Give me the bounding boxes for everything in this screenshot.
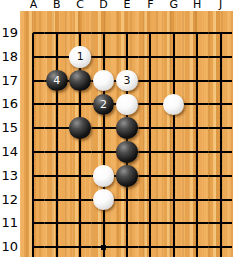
intersection-J13[interactable]: [209, 164, 232, 188]
intersection-C14[interactable]: [68, 140, 91, 164]
column-label-B: B: [47, 0, 67, 11]
intersection-A14[interactable]: [22, 140, 45, 164]
intersection-D13[interactable]: [92, 164, 115, 188]
intersection-F11[interactable]: [139, 211, 162, 235]
intersection-D18[interactable]: [92, 45, 115, 69]
intersection-H18[interactable]: [185, 45, 208, 69]
intersection-J16[interactable]: [209, 92, 232, 116]
move-number-4: 4: [53, 75, 60, 86]
intersection-E11[interactable]: [115, 211, 138, 235]
intersection-D10[interactable]: [92, 235, 115, 257]
column-label-A: A: [23, 0, 43, 11]
intersection-H10[interactable]: [185, 235, 208, 257]
column-label-C: C: [70, 0, 90, 11]
intersection-B17[interactable]: 4: [45, 69, 68, 93]
row-label-14: 14: [0, 144, 18, 160]
intersection-H14[interactable]: [185, 140, 208, 164]
intersection-G19[interactable]: [162, 21, 185, 45]
white-stone-G16: [163, 94, 185, 116]
intersection-J19[interactable]: [209, 21, 232, 45]
black-stone-C17: [69, 70, 91, 92]
intersection-C12[interactable]: [68, 188, 91, 212]
white-stone-E17: 3: [116, 70, 138, 92]
intersection-C18[interactable]: 1: [68, 45, 91, 69]
intersection-E15[interactable]: [115, 116, 138, 140]
intersection-E10[interactable]: [115, 235, 138, 257]
intersection-G17[interactable]: [162, 69, 185, 93]
intersection-J12[interactable]: [209, 188, 232, 212]
intersection-E18[interactable]: [115, 45, 138, 69]
intersection-H13[interactable]: [185, 164, 208, 188]
intersection-C10[interactable]: [68, 235, 91, 257]
intersection-A13[interactable]: [22, 164, 45, 188]
black-stone-D16: 2: [93, 94, 115, 116]
intersection-B19[interactable]: [45, 21, 68, 45]
intersection-B11[interactable]: [45, 211, 68, 235]
black-stone-C15: [69, 117, 91, 139]
move-number-2: 2: [100, 99, 107, 110]
move-number-3: 3: [123, 75, 130, 86]
intersection-H11[interactable]: [185, 211, 208, 235]
row-label-10: 10: [0, 239, 18, 255]
intersection-F12[interactable]: [139, 188, 162, 212]
column-label-J: J: [211, 0, 231, 11]
row-labels: 19181716151413121110: [0, 0, 20, 257]
intersection-J15[interactable]: [209, 116, 232, 140]
intersection-E17[interactable]: 3: [115, 69, 138, 93]
black-stone-E14: [116, 141, 138, 163]
intersection-H16[interactable]: [185, 92, 208, 116]
intersection-A16[interactable]: [22, 92, 45, 116]
black-stone-E15: [116, 117, 138, 139]
intersection-B15[interactable]: [45, 116, 68, 140]
intersection-G11[interactable]: [162, 211, 185, 235]
intersection-E19[interactable]: [115, 21, 138, 45]
intersection-A15[interactable]: [22, 116, 45, 140]
intersection-C19[interactable]: [68, 21, 91, 45]
row-label-17: 17: [0, 73, 18, 89]
intersection-H15[interactable]: [185, 116, 208, 140]
intersection-B16[interactable]: [45, 92, 68, 116]
intersection-G18[interactable]: [162, 45, 185, 69]
intersection-F13[interactable]: [139, 164, 162, 188]
intersection-D15[interactable]: [92, 116, 115, 140]
intersection-D11[interactable]: [92, 211, 115, 235]
intersection-J17[interactable]: [209, 69, 232, 93]
intersection-D14[interactable]: [92, 140, 115, 164]
white-stone-D12: [93, 189, 115, 211]
white-stone-E16: [116, 94, 138, 116]
row-label-16: 16: [0, 96, 18, 112]
row-label-12: 12: [0, 192, 18, 208]
go-board-grid: 1432: [22, 21, 233, 257]
intersection-E12[interactable]: [115, 188, 138, 212]
row-label-19: 19: [0, 25, 18, 41]
intersection-H17[interactable]: [185, 69, 208, 93]
intersection-D17[interactable]: [92, 69, 115, 93]
intersection-G14[interactable]: [162, 140, 185, 164]
intersection-A18[interactable]: [22, 45, 45, 69]
intersection-G10[interactable]: [162, 235, 185, 257]
intersection-F15[interactable]: [139, 116, 162, 140]
intersection-F16[interactable]: [139, 92, 162, 116]
row-label-13: 13: [0, 168, 18, 184]
go-board-diagram: ABCDEFGHJ 19181716151413121110 1432: [0, 0, 233, 257]
intersection-H12[interactable]: [185, 188, 208, 212]
intersection-E16[interactable]: [115, 92, 138, 116]
intersection-A11[interactable]: [22, 211, 45, 235]
intersection-E14[interactable]: [115, 140, 138, 164]
move-number-1: 1: [77, 51, 84, 62]
intersection-H19[interactable]: [185, 21, 208, 45]
intersection-A10[interactable]: [22, 235, 45, 257]
intersection-D19[interactable]: [92, 21, 115, 45]
intersection-J14[interactable]: [209, 140, 232, 164]
intersection-C17[interactable]: [68, 69, 91, 93]
column-label-F: F: [140, 0, 160, 11]
black-stone-B17: 4: [46, 70, 68, 92]
board-wood: 1432: [20, 11, 233, 257]
intersection-G13[interactable]: [162, 164, 185, 188]
intersection-G16[interactable]: [162, 92, 185, 116]
intersection-J11[interactable]: [209, 211, 232, 235]
intersection-J18[interactable]: [209, 45, 232, 69]
intersection-A19[interactable]: [22, 21, 45, 45]
column-label-H: H: [187, 0, 207, 11]
star-point-D10: [101, 245, 106, 250]
column-label-E: E: [117, 0, 137, 11]
intersection-G12[interactable]: [162, 188, 185, 212]
intersection-A17[interactable]: [22, 69, 45, 93]
intersection-J10[interactable]: [209, 235, 232, 257]
intersection-F14[interactable]: [139, 140, 162, 164]
intersection-C16[interactable]: [68, 92, 91, 116]
intersection-E13[interactable]: [115, 164, 138, 188]
column-label-D: D: [94, 0, 114, 11]
row-label-18: 18: [0, 49, 18, 65]
white-stone-D13: [93, 165, 115, 187]
white-stone-C18: 1: [69, 46, 91, 68]
intersection-F18[interactable]: [139, 45, 162, 69]
black-stone-E13: [116, 165, 138, 187]
intersection-F10[interactable]: [139, 235, 162, 257]
white-stone-D17: [93, 70, 115, 92]
intersection-C11[interactable]: [68, 211, 91, 235]
intersection-D16[interactable]: 2: [92, 92, 115, 116]
column-label-G: G: [164, 0, 184, 11]
intersection-B18[interactable]: [45, 45, 68, 69]
row-label-11: 11: [0, 215, 18, 231]
intersection-B10[interactable]: [45, 235, 68, 257]
row-label-15: 15: [0, 120, 18, 136]
intersection-F19[interactable]: [139, 21, 162, 45]
intersection-C13[interactable]: [68, 164, 91, 188]
intersection-G15[interactable]: [162, 116, 185, 140]
intersection-B12[interactable]: [45, 188, 68, 212]
intersection-B13[interactable]: [45, 164, 68, 188]
intersection-C15[interactable]: [68, 116, 91, 140]
intersection-A12[interactable]: [22, 188, 45, 212]
intersection-D12[interactable]: [92, 188, 115, 212]
intersection-B14[interactable]: [45, 140, 68, 164]
intersection-F17[interactable]: [139, 69, 162, 93]
